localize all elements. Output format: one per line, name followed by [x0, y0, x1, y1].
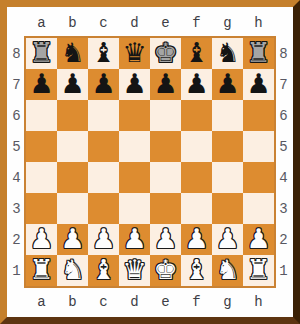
square-h7[interactable]: ♟: [243, 69, 274, 100]
square-h6[interactable]: [243, 100, 274, 131]
square-h3[interactable]: [243, 193, 274, 224]
piece-white-pawn[interactable]: ♟: [122, 225, 146, 252]
piece-black-pawn[interactable]: ♟: [122, 70, 146, 97]
file-labels-top: abcdefgh: [26, 7, 274, 38]
file-label-b: b: [68, 294, 76, 310]
chess-board-frame: abcdefgh 87654321 ♜♞♝♛♚♝♞♜♟♟♟♟♟♟♟♟♟♟♟♟♟♟…: [0, 0, 300, 324]
chess-board: ♜♞♝♛♚♝♞♜♟♟♟♟♟♟♟♟♟♟♟♟♟♟♟♟♜♞♝♛♚♝♞♜: [26, 38, 274, 286]
square-a1[interactable]: ♜: [26, 255, 57, 286]
square-f1[interactable]: ♝: [181, 255, 212, 286]
piece-white-knight[interactable]: ♞: [215, 256, 239, 283]
file-label-c: c: [99, 294, 107, 310]
piece-white-pawn[interactable]: ♟: [91, 225, 115, 252]
square-g7[interactable]: ♟: [212, 69, 243, 100]
rank-label-3: 3: [12, 201, 20, 217]
piece-black-pawn[interactable]: ♟: [184, 70, 208, 97]
square-h5[interactable]: [243, 131, 274, 162]
board-margin: abcdefgh 87654321 ♜♞♝♛♚♝♞♜♟♟♟♟♟♟♟♟♟♟♟♟♟♟…: [7, 7, 293, 317]
square-b8[interactable]: ♞: [57, 38, 88, 69]
piece-black-pawn[interactable]: ♟: [246, 70, 270, 97]
square-f2[interactable]: ♟: [181, 224, 212, 255]
piece-black-pawn[interactable]: ♟: [153, 70, 177, 97]
margin-corner-bottom-left: [7, 286, 26, 317]
rank-label-3: 3: [279, 201, 287, 217]
file-label-e: e: [161, 15, 169, 31]
piece-white-bishop[interactable]: ♝: [91, 256, 115, 283]
square-c4[interactable]: [88, 162, 119, 193]
file-label-a: a: [37, 294, 45, 310]
square-a8[interactable]: ♜: [26, 38, 57, 69]
piece-black-pawn[interactable]: ♟: [60, 70, 84, 97]
square-b7[interactable]: ♟: [57, 69, 88, 100]
square-h1[interactable]: ♜: [243, 255, 274, 286]
file-label-h: h: [254, 15, 262, 31]
square-g3[interactable]: [212, 193, 243, 224]
square-e2[interactable]: ♟: [150, 224, 181, 255]
rank-label-6: 6: [279, 108, 287, 124]
piece-white-king[interactable]: ♚: [153, 256, 177, 283]
square-d2[interactable]: ♟: [119, 224, 150, 255]
file-label-b: b: [68, 15, 76, 31]
square-c2[interactable]: ♟: [88, 224, 119, 255]
rank-label-2: 2: [12, 232, 20, 248]
square-e1[interactable]: ♚: [150, 255, 181, 286]
square-h2[interactable]: ♟: [243, 224, 274, 255]
rank-label-4: 4: [12, 170, 20, 186]
square-b4[interactable]: [57, 162, 88, 193]
file-label-h: h: [254, 294, 262, 310]
rank-label-5: 5: [279, 139, 287, 155]
file-label-d: d: [130, 15, 138, 31]
square-c3[interactable]: [88, 193, 119, 224]
rank-labels-right: 87654321: [274, 38, 293, 286]
piece-black-queen[interactable]: ♛: [122, 39, 146, 66]
piece-black-knight[interactable]: ♞: [60, 39, 84, 66]
square-f3[interactable]: [181, 193, 212, 224]
square-e5[interactable]: [150, 131, 181, 162]
rank-label-6: 6: [12, 108, 20, 124]
square-a5[interactable]: [26, 131, 57, 162]
file-label-f: f: [192, 15, 200, 31]
square-e7[interactable]: ♟: [150, 69, 181, 100]
piece-white-knight[interactable]: ♞: [60, 256, 84, 283]
rank-label-5: 5: [12, 139, 20, 155]
square-e4[interactable]: [150, 162, 181, 193]
square-d8[interactable]: ♛: [119, 38, 150, 69]
square-d4[interactable]: [119, 162, 150, 193]
piece-white-rook[interactable]: ♜: [29, 256, 53, 283]
square-d5[interactable]: [119, 131, 150, 162]
piece-black-pawn[interactable]: ♟: [29, 70, 53, 97]
square-e8[interactable]: ♚: [150, 38, 181, 69]
square-c5[interactable]: [88, 131, 119, 162]
file-label-d: d: [130, 294, 138, 310]
margin-corner-top-left: [7, 7, 26, 38]
piece-white-pawn[interactable]: ♟: [184, 225, 208, 252]
piece-white-rook[interactable]: ♜: [246, 256, 270, 283]
rank-label-4: 4: [279, 170, 287, 186]
square-e6[interactable]: [150, 100, 181, 131]
square-c7[interactable]: ♟: [88, 69, 119, 100]
piece-white-pawn[interactable]: ♟: [215, 225, 239, 252]
piece-white-pawn[interactable]: ♟: [60, 225, 84, 252]
square-b5[interactable]: [57, 131, 88, 162]
square-f4[interactable]: [181, 162, 212, 193]
piece-white-bishop[interactable]: ♝: [184, 256, 208, 283]
file-label-g: g: [223, 294, 231, 310]
piece-white-pawn[interactable]: ♟: [246, 225, 270, 252]
square-f6[interactable]: [181, 100, 212, 131]
square-b6[interactable]: [57, 100, 88, 131]
square-f8[interactable]: ♝: [181, 38, 212, 69]
square-b2[interactable]: ♟: [57, 224, 88, 255]
square-d1[interactable]: ♛: [119, 255, 150, 286]
square-c8[interactable]: ♝: [88, 38, 119, 69]
square-h4[interactable]: [243, 162, 274, 193]
square-a3[interactable]: [26, 193, 57, 224]
rank-label-2: 2: [279, 232, 287, 248]
rank-label-7: 7: [279, 77, 287, 93]
rank-label-1: 1: [279, 263, 287, 279]
file-label-g: g: [223, 15, 231, 31]
square-c6[interactable]: [88, 100, 119, 131]
square-d6[interactable]: [119, 100, 150, 131]
rank-labels-left: 87654321: [7, 38, 26, 286]
piece-white-pawn[interactable]: ♟: [29, 225, 53, 252]
rank-label-7: 7: [12, 77, 20, 93]
square-c1[interactable]: ♝: [88, 255, 119, 286]
file-label-c: c: [99, 15, 107, 31]
square-a2[interactable]: ♟: [26, 224, 57, 255]
rank-label-8: 8: [12, 46, 20, 62]
rank-label-8: 8: [279, 46, 287, 62]
square-b3[interactable]: [57, 193, 88, 224]
piece-black-knight[interactable]: ♞: [215, 39, 239, 66]
piece-white-pawn[interactable]: ♟: [153, 225, 177, 252]
piece-black-pawn[interactable]: ♟: [215, 70, 239, 97]
file-labels-bottom: abcdefgh: [26, 286, 274, 317]
rank-label-1: 1: [12, 263, 20, 279]
square-f7[interactable]: ♟: [181, 69, 212, 100]
square-h8[interactable]: ♜: [243, 38, 274, 69]
piece-white-queen[interactable]: ♛: [122, 256, 146, 283]
margin-corner-bottom-right: [274, 286, 293, 317]
square-d7[interactable]: ♟: [119, 69, 150, 100]
square-g4[interactable]: [212, 162, 243, 193]
square-g1[interactable]: ♞: [212, 255, 243, 286]
square-f5[interactable]: [181, 131, 212, 162]
file-label-a: a: [37, 15, 45, 31]
piece-black-rook[interactable]: ♜: [246, 39, 270, 66]
piece-black-king[interactable]: ♚: [153, 39, 177, 66]
square-g5[interactable]: [212, 131, 243, 162]
margin-corner-top-right: [274, 7, 293, 38]
square-d3[interactable]: [119, 193, 150, 224]
square-e3[interactable]: [150, 193, 181, 224]
piece-black-bishop[interactable]: ♝: [91, 39, 115, 66]
square-g2[interactable]: ♟: [212, 224, 243, 255]
piece-black-bishop[interactable]: ♝: [184, 39, 208, 66]
square-g8[interactable]: ♞: [212, 38, 243, 69]
square-a7[interactable]: ♟: [26, 69, 57, 100]
square-a6[interactable]: [26, 100, 57, 131]
piece-black-rook[interactable]: ♜: [29, 39, 53, 66]
file-label-e: e: [161, 294, 169, 310]
piece-black-pawn[interactable]: ♟: [91, 70, 115, 97]
square-b1[interactable]: ♞: [57, 255, 88, 286]
square-a4[interactable]: [26, 162, 57, 193]
file-label-f: f: [192, 294, 200, 310]
square-g6[interactable]: [212, 100, 243, 131]
